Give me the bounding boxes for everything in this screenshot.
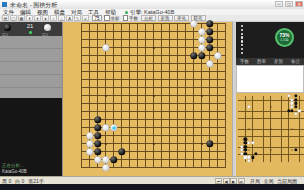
stone-white (102, 164, 109, 171)
move-dot (241, 33, 243, 35)
menu-item[interactable]: 对局 (68, 9, 85, 15)
checkbox-icon (104, 15, 110, 21)
toolbar-number-input[interactable]: 75 (92, 15, 102, 21)
menu-item[interactable]: 棋盘 (51, 9, 68, 15)
analysis-tab[interactable]: 胜率 (257, 59, 266, 64)
star-point (292, 128, 293, 129)
nav-button[interactable]: ◀ (223, 178, 230, 184)
toolbar-button[interactable]: 变化 (174, 15, 189, 21)
console-line: 正在分析… (2, 163, 25, 168)
move-list-row (0, 75, 62, 88)
stone-white (247, 159, 250, 162)
move-dot (241, 52, 243, 54)
toolbar-icon-4[interactable]: ⏵ (34, 15, 41, 21)
black-player-stone-icon (4, 24, 11, 31)
star-point (270, 150, 271, 151)
nav-button[interactable]: ⏮ (215, 178, 222, 184)
toolbar-icon-5[interactable]: ● (42, 15, 49, 21)
star-point (270, 107, 271, 108)
checkbox-label: 手数 (129, 16, 138, 21)
comment-box[interactable] (236, 65, 304, 93)
toolbar-icon-0[interactable]: ▤ (2, 15, 9, 21)
player-info-bar: 提0 21 提0 (0, 22, 62, 36)
move-number: 21 (22, 23, 38, 29)
toolbar-icon-1[interactable]: ▢ (10, 15, 17, 21)
move-navigation: ⏮◀▶⏭ (215, 178, 245, 184)
menu-item[interactable]: 编辑 (17, 9, 34, 15)
go-board[interactable] (62, 22, 232, 176)
star-point (292, 150, 293, 151)
nav-button[interactable]: ⏭ (238, 178, 245, 184)
star-point (270, 128, 271, 129)
toolbar-checkbox[interactable]: 坐标 (104, 15, 120, 21)
console-line: KataGo-40B (2, 169, 27, 174)
move-dot (241, 29, 243, 31)
move-dot (241, 48, 243, 50)
last-move-marker (111, 125, 115, 129)
engine-console[interactable]: 正在分析… KataGo-40B (0, 98, 62, 176)
menu-item[interactable]: 视图 (34, 9, 51, 15)
star-point (249, 150, 250, 151)
star-point (249, 128, 250, 129)
turn-indicator-icon (29, 31, 32, 34)
move-dot (241, 40, 243, 42)
toolbar-icon-6[interactable]: ○ (50, 15, 57, 21)
move-list-row (0, 36, 62, 49)
app-window: 未命名 - 围棋分析 ─ □ ✕ 文件编辑视图棋盘对局工具帮助 引擎: Kata… (0, 0, 304, 190)
checkbox-icon (123, 15, 129, 21)
toolbar-icon-8[interactable]: A (66, 15, 73, 21)
move-dot (241, 36, 243, 38)
minimize-button[interactable]: ─ (275, 1, 283, 7)
toolbar-checkbox[interactable]: 手数 (123, 15, 139, 21)
status-bar: 黑 0白 0第21手 ⏮◀▶⏭ 开局全局当前局面 (0, 176, 304, 184)
left-panel: 提0 21 提0 正在分析… KataGo-40B (0, 22, 62, 176)
checkbox-label: 坐标 (111, 16, 120, 21)
move-dot (241, 44, 243, 46)
toolbar-icon-3[interactable]: ⏴ (26, 15, 33, 21)
toolbar-button[interactable]: 形势 (158, 15, 173, 21)
score-lead-value: 1.5目 (277, 38, 292, 42)
menu-item[interactable]: 文件 (0, 9, 17, 15)
menu-item[interactable]: 工具 (85, 9, 102, 15)
move-list-row (0, 49, 62, 62)
move-list-row (0, 62, 62, 75)
nav-button[interactable]: ▶ (230, 178, 237, 184)
move-list[interactable] (0, 36, 62, 98)
analysis-tab[interactable]: 手数 (240, 59, 249, 64)
white-player-stone-icon (44, 24, 51, 31)
toolbar-icon-10[interactable]: ⌗ (82, 15, 89, 21)
app-icon (2, 2, 7, 7)
menu-item[interactable]: 帮助 (102, 9, 119, 15)
move-dot (241, 25, 243, 27)
toolbar-icon-9[interactable]: ✎ (74, 15, 81, 21)
analysis-tabs: 手数胜率形势备注 (236, 58, 304, 65)
toolbar-icon-7[interactable]: △ (58, 15, 65, 21)
engine-status-icon (125, 11, 128, 14)
analysis-tab[interactable]: 备注 (291, 59, 300, 64)
maximize-button[interactable]: □ (285, 1, 293, 7)
analysis-panel: 73% 1.5目 手数胜率形势备注 (236, 22, 304, 176)
toolbar-icon-2[interactable]: ▦ (18, 15, 25, 21)
winrate-graph-area[interactable]: 73% 1.5目 (236, 22, 304, 58)
preview-board[interactable] (236, 93, 304, 176)
toolbar-button[interactable]: 分析 (141, 15, 156, 21)
taskbar (0, 184, 304, 190)
winrate-badge: 73% 1.5目 (275, 28, 294, 47)
analysis-tab[interactable]: 形势 (274, 59, 283, 64)
close-button[interactable]: ✕ (295, 1, 303, 7)
toolbar: ▤▢▦⏴⏵●○△A✎⌗75坐标手数分析形势变化研究 (0, 15, 304, 22)
